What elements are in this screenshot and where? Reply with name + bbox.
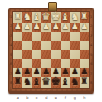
square-r1c5[interactable]: ♟ (61, 23, 70, 32)
piece-white-pawn[interactable]: ♟ (24, 22, 31, 30)
square-r4c6[interactable] (70, 50, 79, 59)
piece-black-pawn[interactable]: ♟ (71, 67, 78, 75)
square-r1c2[interactable]: ♟ (32, 23, 41, 32)
square-r7c5[interactable]: ♝ (61, 77, 70, 88)
square-r1c4[interactable]: ♟ (51, 23, 61, 32)
coordinate-label: 4 (89, 41, 93, 51)
coordinate-label: g (70, 96, 80, 100)
piece-white-bishop[interactable]: ♝ (32, 11, 41, 21)
square-r2c6[interactable] (70, 32, 79, 41)
coordinate-label: b (23, 96, 33, 100)
piece-black-pawn[interactable]: ♟ (14, 67, 21, 75)
coordinate-label: 5 (89, 50, 93, 60)
piece-white-queen[interactable]: ♛ (41, 11, 50, 22)
piece-white-knight[interactable]: ♞ (23, 11, 32, 21)
square-r7c0[interactable]: ♜ (13, 77, 22, 88)
piece-black-knight[interactable]: ♞ (23, 76, 32, 86)
square-r1c1[interactable]: ♟ (22, 23, 31, 32)
square-r1c3[interactable]: ♟ (41, 23, 50, 32)
square-r2c0[interactable] (13, 32, 22, 41)
piece-black-pawn[interactable]: ♟ (33, 67, 40, 75)
square-r3c1[interactable] (22, 41, 31, 50)
coordinate-label: d (42, 96, 52, 100)
square-r4c4[interactable] (51, 50, 61, 59)
square-r2c5[interactable] (61, 32, 70, 41)
square-r3c6[interactable] (70, 41, 79, 50)
piece-white-rook[interactable]: ♜ (14, 12, 22, 21)
piece-white-pawn[interactable]: ♟ (42, 22, 49, 30)
coordinate-label: f (61, 96, 71, 100)
piece-black-rook[interactable]: ♜ (80, 77, 88, 86)
piece-black-bishop[interactable]: ♝ (61, 76, 70, 86)
piece-white-pawn[interactable]: ♟ (62, 22, 69, 30)
square-r7c7[interactable]: ♜ (80, 77, 89, 88)
square-r4c1[interactable] (22, 50, 31, 59)
square-r1c7[interactable]: ♟ (80, 23, 89, 32)
square-r4c2[interactable] (32, 50, 41, 59)
chess-set-photo: 12345678 12345678 abcdefgh ♜♞♝♛♚♝♞♜♟♟♟♟♟… (0, 0, 102, 102)
rank-labels-right: 12345678 (89, 12, 93, 88)
piece-white-pawn[interactable]: ♟ (14, 22, 21, 30)
coordinate-label: 8 (89, 79, 93, 89)
coordinate-label: 2 (89, 22, 93, 32)
square-r1c0[interactable]: ♟ (13, 23, 22, 32)
coordinate-label: a (13, 96, 23, 100)
piece-white-pawn[interactable]: ♟ (81, 22, 88, 30)
square-r4c5[interactable] (61, 50, 70, 59)
piece-white-rook[interactable]: ♜ (80, 12, 88, 21)
coordinate-label: e (51, 96, 61, 100)
coordinate-label: 1 (89, 12, 93, 22)
square-r3c3[interactable] (41, 41, 50, 50)
piece-black-pawn[interactable]: ♟ (62, 67, 69, 75)
square-r7c2[interactable]: ♝ (32, 77, 41, 88)
square-r2c2[interactable] (32, 32, 41, 41)
piece-black-knight[interactable]: ♞ (71, 76, 80, 86)
square-r7c3[interactable]: ♛ (41, 77, 50, 88)
coordinate-label: 6 (89, 60, 93, 70)
square-r2c7[interactable] (80, 32, 89, 41)
square-r3c7[interactable] (80, 41, 89, 50)
coordinate-label: c (32, 96, 42, 100)
coordinate-label: 7 (89, 69, 93, 79)
piece-black-queen[interactable]: ♛ (41, 76, 50, 87)
square-r3c0[interactable] (13, 41, 22, 50)
piece-black-rook[interactable]: ♜ (14, 77, 22, 86)
square-r4c7[interactable] (80, 50, 89, 59)
piece-white-pawn[interactable]: ♟ (52, 22, 59, 30)
square-r7c4[interactable]: ♚ (51, 77, 61, 88)
square-r1c6[interactable]: ♟ (70, 23, 79, 32)
piece-black-king[interactable]: ♚ (51, 76, 61, 87)
square-r2c4[interactable] (51, 32, 61, 41)
piece-black-pawn[interactable]: ♟ (81, 67, 88, 75)
piece-white-knight[interactable]: ♞ (71, 11, 80, 21)
square-r3c5[interactable] (61, 41, 70, 50)
piece-white-bishop[interactable]: ♝ (61, 11, 70, 21)
square-r7c6[interactable]: ♞ (70, 77, 79, 88)
file-labels-bottom: abcdefgh (13, 96, 89, 100)
piece-white-king[interactable]: ♚ (51, 11, 61, 22)
piece-black-pawn[interactable]: ♟ (24, 67, 31, 75)
square-r2c1[interactable] (22, 32, 31, 41)
square-r3c4[interactable] (51, 41, 61, 50)
square-r4c3[interactable] (41, 50, 50, 59)
piece-white-pawn[interactable]: ♟ (71, 22, 78, 30)
coordinate-label: 3 (89, 31, 93, 41)
square-r2c3[interactable] (41, 32, 50, 41)
square-r3c2[interactable] (32, 41, 41, 50)
square-r4c0[interactable] (13, 50, 22, 59)
coordinate-label: h (80, 96, 90, 100)
piece-black-bishop[interactable]: ♝ (32, 76, 41, 86)
piece-white-pawn[interactable]: ♟ (33, 22, 40, 30)
square-r7c1[interactable]: ♞ (22, 77, 31, 88)
board-grid: ♜♞♝♛♚♝♞♜♟♟♟♟♟♟♟♟♟♟♟♟♟♟♟♟♜♞♝♛♚♝♞♜ (13, 12, 89, 88)
